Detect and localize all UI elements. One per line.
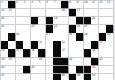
black-cell-r2c10 [69,9,76,17]
cell-r1c13[interactable]: 11 [91,1,98,9]
clue-number: 26 [16,33,19,36]
cell-r7c15[interactable] [106,49,113,57]
black-cell-r8c9 [61,58,68,66]
clue-number: 3 [24,1,26,4]
cell-r3c10[interactable] [69,17,76,25]
cell-r5c7[interactable]: 27 [46,33,53,41]
clue-number: 16 [61,9,64,12]
clue-number: 6 [46,1,48,4]
cell-r3c6[interactable] [38,17,45,25]
cell-r4c8[interactable]: 23 [53,25,60,33]
cell-r1c3[interactable]: 2 [16,1,23,9]
black-cell-r9c12 [84,66,91,74]
clue-number: 2 [16,1,18,4]
cell-r1c11[interactable]: 9 [76,1,83,9]
cell-r6c11[interactable] [76,41,83,49]
cell-r1c7[interactable]: 6 [46,1,53,9]
cell-r3c13[interactable]: 20 [91,17,98,25]
clue-number: 43 [99,58,102,61]
black-cell-r9c8 [53,66,60,74]
cell-r5c4[interactable] [23,33,30,41]
cell-r1c1[interactable]: 1 [1,1,8,9]
cell-r9c5[interactable]: 45 [31,66,38,74]
cell-r9c10[interactable] [69,66,76,74]
cell-r7c7[interactable] [46,49,53,57]
black-cell-r6c8 [53,41,60,49]
clue-number: 11 [92,1,95,4]
black-cell-r9c4 [23,66,30,74]
cell-r3c15[interactable] [106,17,113,25]
cell-r5c5[interactable] [31,33,38,41]
black-cell-r3c7 [46,17,53,25]
cell-r4c1[interactable]: 21 [1,25,8,33]
cell-r4c9[interactable] [61,25,68,33]
clue-number: 5 [39,1,41,4]
cell-r2c4[interactable] [23,9,30,17]
cell-r8c3[interactable] [16,58,23,66]
cell-r10c7[interactable] [46,74,53,80]
cell-r6c14[interactable]: 33 [99,41,106,49]
cell-r4c4[interactable] [23,25,30,33]
clue-number: 37 [61,49,64,52]
cell-r7c9[interactable]: 37 [61,49,68,57]
cell-r10c13[interactable]: 50 [91,74,98,80]
cell-r10c1[interactable]: 47 [1,74,8,80]
highlighted-clue-number: 33 [99,41,102,44]
cell-r8c7[interactable] [46,58,53,66]
cell-r2c5[interactable] [31,9,38,17]
clue-number: 50 [92,74,95,77]
cell-r3c4[interactable] [23,17,30,25]
clue-number: 4 [31,1,33,4]
clue-number: 22 [31,25,34,28]
cell-r10c9[interactable]: 48 [61,74,68,80]
cell-r3c9[interactable] [61,17,68,25]
cell-r4c6[interactable] [38,25,45,33]
clue-number: 36 [31,49,34,52]
clue-number: 20 [92,17,95,20]
cell-r10c3[interactable] [16,74,23,80]
clue-number: 7 [54,1,56,4]
cell-r5c1[interactable] [1,33,8,41]
black-cell-r7c8 [53,49,60,57]
clue-number: 30 [107,33,110,36]
cell-r9c6[interactable] [38,66,45,74]
cell-r3c2[interactable] [8,17,15,25]
highlighted-clue-number: 40 [8,58,11,61]
cell-r7c14[interactable] [99,49,106,57]
cell-r4c11[interactable]: 24 [76,25,83,33]
clue-number: 14 [1,9,4,12]
clue-number: 9 [77,1,79,4]
cell-r6c12[interactable] [84,41,91,49]
clue-number: 12 [99,1,102,4]
cell-r1c4[interactable]: 3 [23,1,30,9]
cell-r5c13[interactable] [91,33,98,41]
clue-number: 29 [84,33,87,36]
cell-r2c14[interactable] [99,9,106,17]
cell-r7c1[interactable]: 34 [1,49,8,57]
cell-r7c10[interactable] [69,49,76,57]
clue-number: 38 [92,49,95,52]
clue-number: 44 [1,66,4,69]
black-cell-r1c2 [8,1,15,9]
cell-r4c2[interactable] [8,25,15,33]
cell-r2c2[interactable]: 15 [8,9,15,17]
black-cell-r7c6 [38,49,45,57]
clue-number: 8 [69,1,71,4]
clue-number: 17 [77,9,80,12]
highlighted-clue-number: 46 [92,66,95,69]
black-cell-r10c10 [69,74,76,80]
clue-number: 31 [39,41,42,44]
cell-r1c14[interactable]: 12 [99,1,106,9]
clue-number: 19 [54,17,57,20]
cell-r8c12[interactable] [84,58,91,66]
cell-r2c6[interactable] [38,9,45,17]
cell-r7c3[interactable]: 35 [16,49,23,57]
clue-number: 10 [84,1,87,4]
cell-r8c15[interactable] [106,58,113,66]
crossword-grid: 1234567891011121314151617181920212223242… [0,0,114,80]
clue-number: 15 [8,9,11,12]
cell-r7c13[interactable]: 38 [91,49,98,57]
black-cell-r5c2 [8,33,15,41]
clue-number: 49 [77,74,80,77]
cell-r8c14[interactable]: 43 [99,58,106,66]
clue-number: 25 [84,25,87,28]
clue-number: 42 [69,58,72,61]
clue-number: 34 [1,49,4,52]
black-cell-r7c4 [23,49,30,57]
cell-r1c15[interactable]: 13 [106,1,113,9]
clue-number: 47 [1,74,4,77]
clue-number: 35 [16,49,19,52]
clue-number: 23 [54,25,57,28]
cell-r9c15[interactable] [106,66,113,74]
cell-r4c13[interactable] [91,25,98,33]
cell-r5c8[interactable] [53,33,60,41]
cell-r2c3[interactable] [16,9,23,17]
cell-r3c14[interactable] [99,17,106,25]
cell-r10c5[interactable] [31,74,38,80]
black-cell-r1c9 [61,1,68,9]
black-cell-r10c8 [53,74,60,80]
cell-r1c10[interactable]: 8 [69,1,76,9]
cell-r1c6[interactable]: 5 [38,1,45,9]
black-cell-r10c12 [84,74,91,80]
clue-number: 18 [1,17,4,20]
cell-r10c4[interactable] [23,74,30,80]
cell-r8c11[interactable] [76,58,83,66]
cell-r6c7[interactable] [46,41,53,49]
cell-r9c3[interactable] [16,66,23,74]
black-cell-r7c2 [8,49,15,57]
cell-r6c15[interactable] [106,41,113,49]
cell-r7c11[interactable] [76,49,83,57]
cell-r7c5[interactable]: 36 [31,49,38,57]
cell-r2c12[interactable] [84,9,91,17]
cell-r8c10[interactable]: 42 [69,58,76,66]
clue-number: 32 [61,41,64,44]
cell-r6c4[interactable] [23,41,30,49]
cell-r5c3[interactable]: 26 [16,33,23,41]
clue-number: 21 [1,25,4,28]
cell-r8c6[interactable]: 41 [38,58,45,66]
cell-r8c2[interactable]: 40 [8,58,15,66]
cell-r9c7[interactable] [46,66,53,74]
clue-number: 13 [107,1,110,4]
cell-r10c14[interactable] [99,74,106,80]
cell-r2c11[interactable]: 17 [76,9,83,17]
cell-r2c7[interactable] [46,9,53,17]
cell-r10c11[interactable]: 49 [76,74,83,80]
cell-r4c14[interactable] [99,25,106,33]
cell-r5c12[interactable]: 29 [84,33,91,41]
cell-r3c3[interactable] [16,17,23,25]
clue-number: 24 [77,25,80,28]
clue-number: 48 [61,74,64,77]
cell-r9c2[interactable] [8,66,15,74]
clue-number: 1 [1,1,3,4]
cell-r2c15[interactable] [106,9,113,17]
cell-r5c15[interactable]: 30 [106,33,113,41]
clue-number: 28 [69,33,72,36]
cell-r10c2[interactable] [8,74,15,80]
cell-r10c15[interactable] [106,74,113,80]
cell-r10c6[interactable] [38,74,45,80]
black-cell-r5c11 [76,33,83,41]
cell-r6c2[interactable] [8,41,15,49]
cell-r4c5[interactable]: 22 [31,25,38,33]
clue-number: 45 [31,66,34,69]
cell-r1c8[interactable]: 7 [53,1,60,9]
cell-r2c9[interactable]: 16 [61,9,68,17]
cell-r1c12[interactable]: 10 [84,1,91,9]
cell-r6c6[interactable]: 31 [38,41,45,49]
cell-r9c14[interactable] [99,66,106,74]
clue-number: 27 [46,33,49,36]
cell-r5c10[interactable]: 28 [69,33,76,41]
crossword-screenshot: 1234567891011121314151617181920212223242… [0,0,115,80]
black-cell-r7c12 [84,49,91,57]
clue-number: 41 [39,58,42,61]
cell-r1c5[interactable]: 4 [31,1,38,9]
cell-r8c4[interactable] [23,58,30,66]
clue-number: 39 [1,58,4,61]
cell-r6c10[interactable] [69,41,76,49]
black-cell-r8c8 [53,58,60,66]
